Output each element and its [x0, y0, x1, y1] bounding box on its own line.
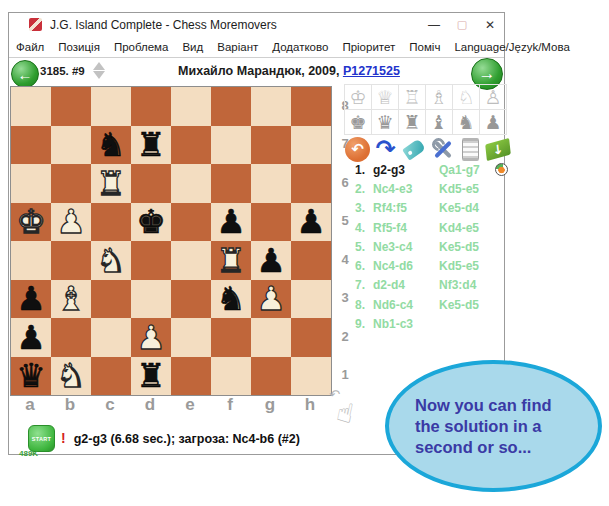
square-e8[interactable]: [171, 87, 211, 126]
square-f7[interactable]: [211, 126, 251, 165]
problem-number-spinner[interactable]: [93, 61, 105, 83]
square-f2[interactable]: [211, 318, 251, 357]
square-c4[interactable]: ♞: [91, 241, 131, 280]
square-d7[interactable]: ♜: [131, 126, 171, 165]
move-number: 5.: [349, 240, 373, 254]
file-label-h: h: [290, 395, 330, 415]
piece-black-k: ♚: [136, 205, 166, 238]
square-f5[interactable]: ♟: [211, 203, 251, 242]
square-g7[interactable]: [251, 126, 291, 165]
piece-white-p: ♟: [56, 205, 86, 238]
move-number: 3.: [349, 201, 373, 215]
menu-item-8[interactable]: Language/Język/Мова: [447, 41, 576, 53]
square-c7[interactable]: ♞: [91, 126, 131, 165]
undo-icon[interactable]: ↶: [345, 137, 370, 162]
spinner-up-icon[interactable]: [93, 62, 105, 70]
move-row-2: 2.Nc4-e3Kd5-e5: [349, 179, 511, 198]
minimize-button[interactable]: —: [420, 14, 448, 36]
menu-item-5[interactable]: Додатково: [265, 41, 335, 53]
move-number: 2.: [349, 182, 373, 196]
square-b4[interactable]: [51, 241, 91, 280]
square-d8[interactable]: [131, 87, 171, 126]
piece-black-p: ♟: [16, 321, 46, 354]
square-h3[interactable]: [291, 280, 331, 319]
square-h6[interactable]: [291, 164, 331, 203]
square-c5[interactable]: [91, 203, 131, 242]
square-f1[interactable]: [211, 357, 251, 396]
square-a8[interactable]: [11, 87, 51, 126]
piece-palette: ♔♕♖♗♘♙♚♛♜♝♞♟: [345, 85, 507, 135]
square-g6[interactable]: [251, 164, 291, 203]
piece-black-p: ♟: [296, 205, 326, 238]
solution-text: g2-g3 (6.68 sec.); загроза: Nc4-b6 (#2): [74, 432, 300, 446]
tag-icon[interactable]: [401, 137, 426, 162]
piece-black-p: ♟: [256, 244, 286, 277]
file-label-a: a: [10, 395, 50, 415]
square-h2[interactable]: [291, 318, 331, 357]
move-black[interactable]: Ke5-d4: [439, 201, 495, 215]
tutorial-bubble: Now you can find the solution in a secon…: [385, 360, 602, 492]
square-e4[interactable]: [171, 241, 211, 280]
palette-black-knight[interactable]: ♞: [452, 109, 480, 135]
piece-black-p: ♟: [216, 205, 246, 238]
spool-icon[interactable]: [458, 137, 483, 162]
move-row-1: 1.g2-g3Qa1-g7: [349, 160, 511, 179]
spinner-down-icon[interactable]: [93, 71, 105, 79]
piece-black-n: ♞: [216, 282, 246, 315]
file-label-b: b: [50, 395, 90, 415]
palette-white-pawn[interactable]: ♙: [479, 84, 507, 110]
file-label-g: g: [250, 395, 290, 415]
square-h5[interactable]: ♟: [291, 203, 331, 242]
square-d3[interactable]: [131, 280, 171, 319]
palette-white-king[interactable]: ♔: [344, 84, 372, 110]
menu-item-4[interactable]: Варіант: [210, 41, 265, 53]
menu-item-2[interactable]: Проблема: [107, 41, 176, 53]
square-d1[interactable]: ♜: [131, 357, 171, 396]
maximize-button[interactable]: ▢: [448, 14, 476, 36]
square-e1[interactable]: [171, 357, 211, 396]
problem-number: 3185. #9: [40, 65, 85, 77]
piece-black-q: ♛: [16, 359, 46, 392]
palette-white-rook[interactable]: ♖: [398, 84, 426, 110]
move-white[interactable]: Rf5-f4: [373, 221, 439, 235]
square-b6[interactable]: [51, 164, 91, 203]
square-d2[interactable]: ♟: [131, 318, 171, 357]
piece-white-p: ♟: [136, 321, 166, 354]
tools-icon[interactable]: [430, 137, 455, 162]
tool-icon-bar: ↶ ↷ ↓: [345, 135, 511, 163]
square-a6[interactable]: [11, 164, 51, 203]
square-d5[interactable]: ♚: [131, 203, 171, 242]
move-row-7: 7.d2-d4Nf3:d4: [349, 276, 511, 295]
menu-item-3[interactable]: Вид: [175, 41, 210, 53]
square-b5[interactable]: ♟: [51, 203, 91, 242]
close-button[interactable]: ✕: [476, 14, 504, 36]
square-g1[interactable]: [251, 357, 291, 396]
piece-white-r: ♜: [216, 244, 246, 277]
title-bar: J.G. Island Complete - Chess Moremovers …: [9, 13, 504, 36]
square-c6[interactable]: ♜: [91, 164, 131, 203]
piece-white-k: ♚: [16, 205, 46, 238]
piece-black-r: ♜: [136, 359, 166, 392]
square-e7[interactable]: [171, 126, 211, 165]
square-g8[interactable]: [251, 87, 291, 126]
move-list: 1.g2-g3Qa1-g72.Nc4-e3Kd5-e53.Rf4:f5Ke5-d…: [349, 160, 511, 334]
square-f6[interactable]: [211, 164, 251, 203]
square-b8[interactable]: [51, 87, 91, 126]
window-controls: — ▢ ✕: [420, 14, 504, 36]
piece-white-r: ♜: [96, 167, 126, 200]
piece-black-p: ♟: [16, 282, 46, 315]
file-labels: abcdefgh: [10, 395, 330, 415]
square-d4[interactable]: [131, 241, 171, 280]
move-row-6: 6.Nc4-d6Kd5-e5: [349, 256, 511, 275]
square-e2[interactable]: [171, 318, 211, 357]
move-number: 9.: [349, 317, 373, 331]
square-a3[interactable]: ♟: [11, 280, 51, 319]
square-e5[interactable]: [171, 203, 211, 242]
problem-id-link[interactable]: P1271525: [343, 64, 400, 78]
window-title: J.G. Island Complete - Chess Moremovers: [50, 18, 277, 32]
move-row-8: 8.Nd6-c4Ke5-d5: [349, 295, 511, 314]
palette-white-queen[interactable]: ♕: [371, 84, 399, 110]
palette-black-king[interactable]: ♚: [344, 109, 372, 135]
previous-problem-button[interactable]: ←: [11, 60, 39, 88]
palette-black-pawn[interactable]: ♟: [479, 109, 507, 135]
book-icon[interactable]: ↓: [486, 137, 511, 162]
move-white[interactable]: Nd6-c4: [373, 298, 439, 312]
move-white[interactable]: Ne3-c4: [373, 240, 439, 254]
menu-item-1[interactable]: Позиція: [51, 41, 107, 53]
move-number: 7.: [349, 278, 373, 292]
palette-white-bishop[interactable]: ♗: [425, 84, 453, 110]
file-label-c: c: [90, 395, 130, 415]
square-e3[interactable]: [171, 280, 211, 319]
piece-white-n: ♞: [96, 244, 126, 277]
square-h1[interactable]: [291, 357, 331, 396]
author-text: Михайло Марандюк, 2009,: [178, 64, 343, 78]
move-black[interactable]: Kd5-e5: [439, 182, 495, 196]
square-a5[interactable]: ♚: [11, 203, 51, 242]
menu-item-0[interactable]: Файл: [9, 41, 51, 53]
piece-white-n: ♞: [56, 359, 86, 392]
status-line: !g2-g3 (6.68 sec.); загроза: Nc4-b6 (#2): [61, 430, 300, 446]
square-f3[interactable]: ♞: [211, 280, 251, 319]
move-number: 1.: [349, 163, 373, 177]
file-label-d: d: [130, 395, 170, 415]
palette-black-bishop[interactable]: ♝: [425, 109, 453, 135]
move-white[interactable]: Nc4-e3: [373, 182, 439, 196]
square-d6[interactable]: [131, 164, 171, 203]
move-white[interactable]: Nb1-c3: [373, 317, 439, 331]
palette-black-rook[interactable]: ♜: [398, 109, 426, 135]
clock-icon: [495, 163, 508, 176]
move-number: 6.: [349, 259, 373, 273]
square-g4[interactable]: ♟: [251, 241, 291, 280]
square-c1[interactable]: [91, 357, 131, 396]
move-row-4: 4.Rf5-f4Kd4-e5: [349, 218, 511, 237]
square-a7[interactable]: [11, 126, 51, 165]
piece-white-b: ♝: [56, 282, 86, 315]
problem-header: Михайло Марандюк, 2009, P1271525: [119, 64, 459, 78]
square-b2[interactable]: [51, 318, 91, 357]
move-number: 4.: [349, 221, 373, 235]
move-row-9: 9.Nb1-c3: [349, 314, 511, 333]
move-white[interactable]: g2-g3: [373, 163, 439, 177]
square-b1[interactable]: ♞: [51, 357, 91, 396]
move-number: 8.: [349, 298, 373, 312]
move-black[interactable]: Ke5-d5: [439, 240, 495, 254]
move-black[interactable]: Qa1-g7: [439, 163, 495, 177]
file-label-e: e: [170, 395, 210, 415]
app-icon: [29, 18, 42, 31]
square-a1[interactable]: ♛: [11, 357, 51, 396]
square-c8[interactable]: [91, 87, 131, 126]
square-h7[interactable]: [291, 126, 331, 165]
start-button[interactable]: START: [28, 425, 55, 452]
piece-black-r: ♜: [136, 128, 166, 161]
palette-white-knight[interactable]: ♘: [452, 84, 480, 110]
square-b7[interactable]: [51, 126, 91, 165]
tutorial-bubble-text: Now you can find the solution in a secon…: [415, 395, 552, 458]
menu-item-7[interactable]: Поміч: [402, 41, 447, 53]
move-white[interactable]: Nc4-d6: [373, 259, 439, 273]
exclaim-mark: !: [61, 430, 66, 446]
chess-board: ♞♜♜♚♟♚♟♟♞♜♟♟♝♞♟♟♟♛♞♜: [10, 86, 332, 396]
square-c3[interactable]: [91, 280, 131, 319]
file-label-f: f: [210, 395, 250, 415]
piece-black-n: ♞: [96, 128, 126, 161]
square-h4[interactable]: [291, 241, 331, 280]
move-white[interactable]: Rf4:f5: [373, 201, 439, 215]
move-row-5: 5.Ne3-c4Ke5-d5: [349, 237, 511, 256]
screenshot-canvas: J.G. Island Complete - Chess Moremovers …: [0, 0, 609, 506]
node-counter: 489K: [19, 449, 38, 458]
square-c2[interactable]: [91, 318, 131, 357]
piece-white-p: ♟: [256, 282, 286, 315]
hand-cursor-icon: ↶ ☝: [329, 391, 365, 427]
move-row-3: 3.Rf4:f5Ke5-d4: [349, 199, 511, 218]
move-black[interactable]: Kd4-e5: [439, 221, 495, 235]
square-b3[interactable]: ♝: [51, 280, 91, 319]
move-white[interactable]: d2-d4: [373, 278, 439, 292]
move-black[interactable]: Kd5-e5: [439, 259, 495, 273]
square-g3[interactable]: ♟: [251, 280, 291, 319]
redo-icon[interactable]: ↷: [373, 137, 398, 162]
menu-bar: ФайлПозиціяПроблемаВидВаріантДодатковоПр…: [9, 36, 504, 58]
square-a4[interactable]: [11, 241, 51, 280]
square-f8[interactable]: [211, 87, 251, 126]
square-h8[interactable]: [291, 87, 331, 126]
palette-black-queen[interactable]: ♛: [371, 109, 399, 135]
square-f4[interactable]: ♜: [211, 241, 251, 280]
square-e6[interactable]: [171, 164, 211, 203]
square-g5[interactable]: [251, 203, 291, 242]
square-g2[interactable]: [251, 318, 291, 357]
square-a2[interactable]: ♟: [11, 318, 51, 357]
move-black[interactable]: Ke5-d5: [439, 298, 495, 312]
menu-item-6[interactable]: Пріоритет: [335, 41, 402, 53]
move-black[interactable]: Nf3:d4: [439, 278, 495, 292]
